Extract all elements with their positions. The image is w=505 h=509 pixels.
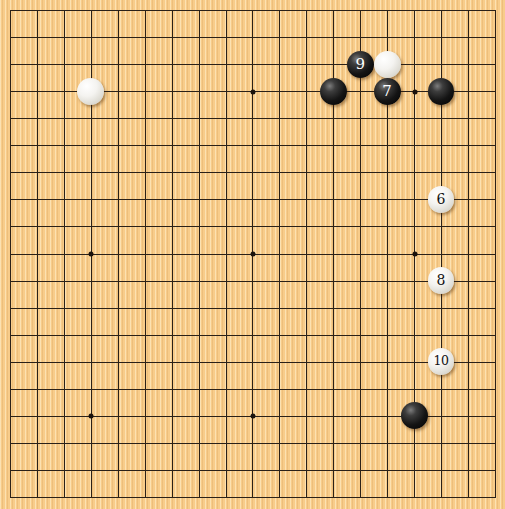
intersection[interactable] xyxy=(239,132,266,159)
intersection[interactable] xyxy=(185,375,212,402)
intersection[interactable] xyxy=(212,0,239,24)
intersection[interactable] xyxy=(454,132,481,159)
intersection[interactable] xyxy=(23,78,50,105)
intersection[interactable] xyxy=(347,132,374,159)
intersection[interactable] xyxy=(239,51,266,78)
intersection[interactable] xyxy=(428,321,455,348)
intersection[interactable]: 9 xyxy=(347,51,374,78)
intersection[interactable] xyxy=(481,375,505,402)
intersection[interactable] xyxy=(131,402,158,429)
intersection[interactable] xyxy=(104,0,131,24)
intersection[interactable] xyxy=(428,24,455,51)
intersection[interactable] xyxy=(320,483,347,509)
intersection[interactable] xyxy=(104,213,131,240)
intersection[interactable] xyxy=(104,348,131,375)
intersection[interactable] xyxy=(454,105,481,132)
intersection[interactable] xyxy=(428,132,455,159)
intersection[interactable] xyxy=(212,429,239,456)
intersection[interactable] xyxy=(50,294,77,321)
intersection[interactable] xyxy=(104,267,131,294)
intersection[interactable] xyxy=(185,132,212,159)
intersection[interactable] xyxy=(374,0,401,24)
intersection[interactable] xyxy=(454,51,481,78)
intersection[interactable] xyxy=(50,186,77,213)
intersection[interactable] xyxy=(158,321,185,348)
intersection[interactable] xyxy=(23,51,50,78)
intersection[interactable] xyxy=(185,348,212,375)
intersection[interactable] xyxy=(212,78,239,105)
intersection[interactable] xyxy=(212,24,239,51)
intersection[interactable] xyxy=(239,0,266,24)
intersection[interactable] xyxy=(23,24,50,51)
intersection[interactable] xyxy=(293,0,320,24)
intersection[interactable] xyxy=(320,240,347,267)
intersection[interactable] xyxy=(266,105,293,132)
intersection[interactable] xyxy=(131,0,158,24)
intersection[interactable] xyxy=(320,105,347,132)
intersection[interactable] xyxy=(0,51,23,78)
intersection[interactable] xyxy=(131,51,158,78)
intersection[interactable] xyxy=(320,267,347,294)
intersection[interactable] xyxy=(212,402,239,429)
intersection[interactable] xyxy=(293,51,320,78)
intersection[interactable] xyxy=(23,105,50,132)
intersection[interactable] xyxy=(481,24,505,51)
intersection[interactable] xyxy=(104,105,131,132)
intersection[interactable] xyxy=(266,429,293,456)
intersection[interactable] xyxy=(212,132,239,159)
intersection[interactable] xyxy=(347,24,374,51)
intersection[interactable] xyxy=(481,294,505,321)
intersection[interactable] xyxy=(293,213,320,240)
intersection[interactable] xyxy=(185,267,212,294)
intersection[interactable] xyxy=(77,159,104,186)
intersection[interactable] xyxy=(401,24,428,51)
intersection[interactable] xyxy=(131,321,158,348)
intersection[interactable] xyxy=(374,186,401,213)
intersection[interactable] xyxy=(454,375,481,402)
intersection[interactable] xyxy=(401,429,428,456)
intersection[interactable] xyxy=(50,240,77,267)
intersection[interactable] xyxy=(320,51,347,78)
intersection[interactable] xyxy=(212,105,239,132)
intersection[interactable] xyxy=(374,321,401,348)
intersection[interactable] xyxy=(77,186,104,213)
intersection[interactable] xyxy=(374,402,401,429)
intersection[interactable] xyxy=(23,159,50,186)
intersection[interactable] xyxy=(104,429,131,456)
stone-white[interactable]: 8 xyxy=(428,267,455,294)
intersection[interactable] xyxy=(212,456,239,483)
intersection[interactable] xyxy=(50,0,77,24)
intersection[interactable] xyxy=(401,321,428,348)
intersection[interactable] xyxy=(0,132,23,159)
stone-black[interactable]: 7 xyxy=(374,78,401,105)
intersection[interactable] xyxy=(185,294,212,321)
intersection[interactable] xyxy=(454,78,481,105)
intersection[interactable] xyxy=(320,78,347,105)
intersection[interactable] xyxy=(293,78,320,105)
intersection[interactable] xyxy=(481,483,505,509)
intersection[interactable] xyxy=(158,132,185,159)
intersection[interactable] xyxy=(266,402,293,429)
intersection[interactable] xyxy=(347,483,374,509)
intersection[interactable] xyxy=(293,321,320,348)
intersection[interactable] xyxy=(104,402,131,429)
intersection[interactable] xyxy=(77,321,104,348)
intersection[interactable] xyxy=(104,240,131,267)
intersection[interactable] xyxy=(454,186,481,213)
intersection[interactable] xyxy=(401,105,428,132)
intersection[interactable] xyxy=(185,429,212,456)
intersection[interactable] xyxy=(0,402,23,429)
intersection[interactable] xyxy=(428,51,455,78)
intersection[interactable] xyxy=(185,159,212,186)
intersection[interactable] xyxy=(212,483,239,509)
intersection[interactable] xyxy=(131,240,158,267)
intersection[interactable] xyxy=(347,159,374,186)
intersection[interactable] xyxy=(374,456,401,483)
intersection[interactable] xyxy=(266,267,293,294)
intersection[interactable] xyxy=(374,51,401,78)
intersection[interactable] xyxy=(23,429,50,456)
intersection[interactable] xyxy=(23,348,50,375)
intersection[interactable] xyxy=(212,294,239,321)
intersection[interactable] xyxy=(0,294,23,321)
intersection[interactable] xyxy=(374,105,401,132)
intersection[interactable] xyxy=(293,105,320,132)
intersection[interactable] xyxy=(23,294,50,321)
intersection[interactable] xyxy=(158,159,185,186)
intersection[interactable] xyxy=(158,267,185,294)
intersection[interactable] xyxy=(50,132,77,159)
intersection[interactable] xyxy=(77,375,104,402)
intersection[interactable] xyxy=(320,429,347,456)
intersection[interactable] xyxy=(131,267,158,294)
intersection[interactable] xyxy=(401,159,428,186)
intersection[interactable] xyxy=(481,429,505,456)
intersection[interactable] xyxy=(293,429,320,456)
intersection[interactable] xyxy=(347,213,374,240)
intersection[interactable] xyxy=(481,78,505,105)
intersection[interactable] xyxy=(131,348,158,375)
intersection[interactable] xyxy=(131,186,158,213)
intersection[interactable] xyxy=(23,456,50,483)
intersection[interactable] xyxy=(293,348,320,375)
intersection[interactable] xyxy=(481,402,505,429)
intersection[interactable] xyxy=(158,240,185,267)
intersection[interactable] xyxy=(0,78,23,105)
intersection[interactable] xyxy=(185,24,212,51)
intersection[interactable]: 6 xyxy=(428,186,455,213)
intersection[interactable] xyxy=(23,186,50,213)
intersection[interactable] xyxy=(454,159,481,186)
intersection[interactable] xyxy=(158,429,185,456)
intersection[interactable] xyxy=(239,240,266,267)
intersection[interactable] xyxy=(185,186,212,213)
intersection[interactable] xyxy=(50,456,77,483)
intersection[interactable] xyxy=(239,348,266,375)
intersection[interactable] xyxy=(428,159,455,186)
intersection[interactable] xyxy=(158,24,185,51)
intersection[interactable] xyxy=(104,78,131,105)
intersection[interactable] xyxy=(50,213,77,240)
intersection[interactable] xyxy=(374,159,401,186)
intersection[interactable] xyxy=(374,429,401,456)
intersection[interactable] xyxy=(104,321,131,348)
intersection[interactable] xyxy=(239,267,266,294)
intersection[interactable] xyxy=(185,105,212,132)
intersection[interactable] xyxy=(104,186,131,213)
intersection[interactable] xyxy=(185,402,212,429)
intersection[interactable] xyxy=(131,429,158,456)
intersection[interactable] xyxy=(293,24,320,51)
intersection[interactable] xyxy=(293,456,320,483)
intersection[interactable] xyxy=(347,240,374,267)
intersection[interactable] xyxy=(266,0,293,24)
intersection[interactable] xyxy=(266,456,293,483)
intersection[interactable] xyxy=(401,348,428,375)
intersection[interactable] xyxy=(320,24,347,51)
intersection[interactable] xyxy=(158,105,185,132)
intersection[interactable] xyxy=(481,321,505,348)
intersection[interactable] xyxy=(77,456,104,483)
intersection[interactable] xyxy=(158,348,185,375)
intersection[interactable] xyxy=(212,375,239,402)
intersection[interactable] xyxy=(0,429,23,456)
intersection[interactable] xyxy=(239,456,266,483)
intersection[interactable] xyxy=(77,240,104,267)
intersection[interactable] xyxy=(212,213,239,240)
intersection[interactable] xyxy=(131,456,158,483)
intersection[interactable] xyxy=(158,51,185,78)
intersection[interactable] xyxy=(401,51,428,78)
intersection[interactable] xyxy=(374,132,401,159)
intersection[interactable] xyxy=(50,375,77,402)
intersection[interactable] xyxy=(401,213,428,240)
intersection[interactable] xyxy=(77,294,104,321)
intersection[interactable] xyxy=(481,105,505,132)
intersection[interactable] xyxy=(428,483,455,509)
intersection[interactable] xyxy=(0,348,23,375)
intersection[interactable] xyxy=(0,159,23,186)
intersection[interactable] xyxy=(428,78,455,105)
intersection[interactable] xyxy=(185,0,212,24)
intersection[interactable] xyxy=(158,375,185,402)
intersection[interactable] xyxy=(320,159,347,186)
intersection[interactable] xyxy=(347,402,374,429)
intersection[interactable] xyxy=(454,294,481,321)
intersection[interactable] xyxy=(428,240,455,267)
intersection[interactable] xyxy=(374,267,401,294)
intersection[interactable] xyxy=(158,186,185,213)
intersection[interactable] xyxy=(401,375,428,402)
intersection[interactable] xyxy=(374,24,401,51)
intersection[interactable] xyxy=(454,483,481,509)
stone-black[interactable]: 9 xyxy=(347,51,374,78)
stone-white[interactable] xyxy=(77,78,104,105)
intersection[interactable] xyxy=(212,348,239,375)
intersection[interactable] xyxy=(77,24,104,51)
intersection[interactable] xyxy=(347,348,374,375)
intersection[interactable] xyxy=(454,348,481,375)
intersection[interactable] xyxy=(158,78,185,105)
intersection[interactable] xyxy=(158,483,185,509)
intersection[interactable] xyxy=(23,321,50,348)
intersection[interactable] xyxy=(266,24,293,51)
intersection[interactable] xyxy=(454,240,481,267)
intersection[interactable] xyxy=(454,24,481,51)
intersection[interactable] xyxy=(454,429,481,456)
intersection[interactable] xyxy=(0,24,23,51)
intersection[interactable] xyxy=(239,105,266,132)
intersection[interactable] xyxy=(454,213,481,240)
intersection[interactable] xyxy=(239,429,266,456)
intersection[interactable] xyxy=(320,294,347,321)
intersection[interactable] xyxy=(239,186,266,213)
intersection[interactable] xyxy=(23,0,50,24)
intersection[interactable] xyxy=(266,78,293,105)
intersection[interactable] xyxy=(77,213,104,240)
intersection[interactable] xyxy=(320,0,347,24)
intersection[interactable] xyxy=(50,78,77,105)
intersection[interactable] xyxy=(401,267,428,294)
intersection[interactable] xyxy=(50,159,77,186)
intersection[interactable] xyxy=(104,132,131,159)
intersection[interactable] xyxy=(320,375,347,402)
intersection[interactable] xyxy=(401,240,428,267)
intersection[interactable] xyxy=(293,375,320,402)
intersection[interactable] xyxy=(77,78,104,105)
intersection[interactable] xyxy=(131,24,158,51)
intersection[interactable] xyxy=(77,402,104,429)
intersection[interactable] xyxy=(454,402,481,429)
intersection[interactable] xyxy=(23,132,50,159)
intersection[interactable] xyxy=(266,321,293,348)
intersection[interactable] xyxy=(374,348,401,375)
intersection[interactable] xyxy=(50,321,77,348)
intersection[interactable] xyxy=(374,213,401,240)
intersection[interactable] xyxy=(77,132,104,159)
intersection[interactable] xyxy=(131,375,158,402)
intersection[interactable] xyxy=(239,375,266,402)
intersection[interactable] xyxy=(374,294,401,321)
intersection[interactable] xyxy=(185,321,212,348)
intersection[interactable] xyxy=(23,375,50,402)
intersection[interactable] xyxy=(320,132,347,159)
intersection[interactable] xyxy=(50,105,77,132)
intersection[interactable] xyxy=(401,78,428,105)
intersection[interactable] xyxy=(104,51,131,78)
intersection[interactable] xyxy=(347,267,374,294)
intersection[interactable] xyxy=(239,294,266,321)
intersection[interactable] xyxy=(401,132,428,159)
intersection[interactable] xyxy=(23,240,50,267)
intersection[interactable] xyxy=(50,402,77,429)
intersection[interactable] xyxy=(131,294,158,321)
intersection[interactable] xyxy=(158,402,185,429)
intersection[interactable] xyxy=(212,159,239,186)
intersection[interactable] xyxy=(185,78,212,105)
intersection[interactable] xyxy=(428,294,455,321)
intersection[interactable] xyxy=(23,483,50,509)
intersection[interactable] xyxy=(0,0,23,24)
intersection[interactable] xyxy=(0,213,23,240)
stone-white[interactable]: 10 xyxy=(428,348,455,375)
intersection[interactable] xyxy=(454,456,481,483)
intersection[interactable] xyxy=(320,402,347,429)
intersection[interactable]: 7 xyxy=(374,78,401,105)
intersection[interactable] xyxy=(428,429,455,456)
intersection[interactable] xyxy=(293,294,320,321)
intersection[interactable] xyxy=(266,159,293,186)
intersection[interactable] xyxy=(293,483,320,509)
intersection[interactable] xyxy=(481,213,505,240)
intersection[interactable] xyxy=(104,294,131,321)
stone-white[interactable] xyxy=(374,51,401,78)
intersection[interactable] xyxy=(239,483,266,509)
intersection[interactable] xyxy=(77,348,104,375)
intersection[interactable] xyxy=(293,159,320,186)
intersection[interactable] xyxy=(158,294,185,321)
stone-black[interactable] xyxy=(401,402,428,429)
intersection[interactable] xyxy=(158,213,185,240)
intersection[interactable] xyxy=(131,78,158,105)
intersection[interactable] xyxy=(401,483,428,509)
intersection[interactable] xyxy=(0,240,23,267)
intersection[interactable] xyxy=(212,51,239,78)
intersection[interactable] xyxy=(374,375,401,402)
intersection[interactable] xyxy=(347,294,374,321)
intersection[interactable] xyxy=(212,240,239,267)
intersection[interactable] xyxy=(104,24,131,51)
intersection[interactable] xyxy=(185,51,212,78)
intersection[interactable] xyxy=(77,51,104,78)
intersection[interactable] xyxy=(0,105,23,132)
intersection[interactable] xyxy=(401,294,428,321)
intersection[interactable] xyxy=(347,375,374,402)
intersection[interactable] xyxy=(454,0,481,24)
intersection[interactable] xyxy=(158,0,185,24)
intersection[interactable] xyxy=(347,0,374,24)
intersection[interactable] xyxy=(131,132,158,159)
intersection[interactable] xyxy=(266,132,293,159)
intersection[interactable] xyxy=(158,456,185,483)
intersection[interactable] xyxy=(266,186,293,213)
stone-black[interactable] xyxy=(320,78,347,105)
intersection[interactable]: 8 xyxy=(428,267,455,294)
intersection[interactable] xyxy=(50,267,77,294)
intersection[interactable] xyxy=(77,0,104,24)
intersection[interactable] xyxy=(293,186,320,213)
intersection[interactable] xyxy=(131,213,158,240)
intersection[interactable] xyxy=(239,402,266,429)
intersection[interactable] xyxy=(0,375,23,402)
intersection[interactable] xyxy=(293,267,320,294)
intersection[interactable] xyxy=(239,78,266,105)
intersection[interactable] xyxy=(481,0,505,24)
intersection[interactable] xyxy=(185,483,212,509)
intersection[interactable] xyxy=(266,51,293,78)
intersection[interactable] xyxy=(481,348,505,375)
intersection[interactable] xyxy=(428,402,455,429)
intersection[interactable] xyxy=(266,294,293,321)
intersection[interactable] xyxy=(320,321,347,348)
intersection[interactable] xyxy=(239,24,266,51)
intersection[interactable] xyxy=(77,483,104,509)
intersection[interactable] xyxy=(185,240,212,267)
intersection[interactable] xyxy=(266,240,293,267)
